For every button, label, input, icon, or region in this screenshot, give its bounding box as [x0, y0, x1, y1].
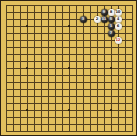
board-cell[interactable] — [94, 86, 101, 93]
board-cell[interactable] — [52, 114, 59, 121]
board-cell[interactable] — [52, 100, 59, 107]
board-cell[interactable] — [73, 93, 80, 100]
board-cell[interactable] — [45, 107, 52, 114]
board-cell[interactable] — [10, 16, 17, 23]
board-cell[interactable] — [31, 100, 38, 107]
board-cell[interactable] — [3, 65, 10, 72]
board-cell[interactable] — [17, 72, 24, 79]
board-cell[interactable] — [31, 23, 38, 30]
board-cell[interactable] — [17, 37, 24, 44]
board-cell[interactable] — [59, 16, 66, 23]
board-cell[interactable] — [129, 44, 136, 51]
board-cell[interactable] — [87, 37, 94, 44]
board-cell[interactable] — [115, 2, 122, 9]
board-cell[interactable] — [38, 58, 45, 65]
board-cell[interactable] — [73, 9, 80, 16]
board-cell[interactable] — [129, 16, 136, 23]
board-cell[interactable] — [31, 128, 38, 135]
board-cell[interactable] — [52, 23, 59, 30]
board-cell[interactable] — [52, 128, 59, 135]
board-cell[interactable] — [87, 30, 94, 37]
board-cell[interactable] — [122, 51, 129, 58]
board-cell[interactable] — [66, 121, 73, 128]
board-cell[interactable] — [94, 100, 101, 107]
board-cell[interactable] — [73, 51, 80, 58]
board-cell[interactable] — [45, 9, 52, 16]
board-cell[interactable] — [59, 44, 66, 51]
board-cell[interactable] — [31, 9, 38, 16]
board-cell[interactable] — [17, 2, 24, 9]
board-cell[interactable] — [17, 58, 24, 65]
board-cell[interactable] — [87, 79, 94, 86]
board-cell[interactable] — [45, 2, 52, 9]
board-cell[interactable] — [17, 51, 24, 58]
board-cell[interactable] — [101, 86, 108, 93]
board-cell[interactable] — [108, 37, 115, 44]
board-cell[interactable] — [66, 114, 73, 121]
board-cell[interactable] — [73, 65, 80, 72]
board-cell[interactable] — [24, 51, 31, 58]
board-cell[interactable] — [108, 58, 115, 65]
board-cell[interactable] — [66, 9, 73, 16]
board-cell[interactable] — [129, 9, 136, 16]
board-cell[interactable] — [24, 72, 31, 79]
board-cell[interactable] — [24, 37, 31, 44]
board-cell[interactable] — [115, 128, 122, 135]
board-cell[interactable] — [87, 58, 94, 65]
board-cell[interactable] — [52, 9, 59, 16]
board-cell[interactable] — [52, 37, 59, 44]
board-cell[interactable] — [94, 65, 101, 72]
board-cell[interactable] — [80, 107, 87, 114]
board-cell[interactable] — [38, 16, 45, 23]
board-cell[interactable] — [80, 2, 87, 9]
board-cell[interactable] — [101, 72, 108, 79]
board-cell[interactable] — [122, 86, 129, 93]
board-cell[interactable] — [73, 114, 80, 121]
board-cell[interactable] — [101, 100, 108, 107]
board-cell[interactable] — [31, 93, 38, 100]
board-cell[interactable] — [45, 58, 52, 65]
board-cell[interactable] — [3, 121, 10, 128]
board-cell[interactable] — [94, 79, 101, 86]
board-cell[interactable] — [94, 9, 101, 16]
board-cell[interactable] — [129, 72, 136, 79]
board-cell[interactable] — [108, 93, 115, 100]
board-cell[interactable] — [45, 30, 52, 37]
board-cell[interactable] — [115, 30, 122, 37]
board-cell[interactable] — [87, 23, 94, 30]
board-cell[interactable] — [45, 93, 52, 100]
board-cell[interactable] — [17, 107, 24, 114]
board-cell[interactable] — [73, 44, 80, 51]
board-cell[interactable] — [73, 100, 80, 107]
board-cell[interactable] — [108, 114, 115, 121]
board-cell[interactable] — [38, 107, 45, 114]
board-cell[interactable] — [73, 58, 80, 65]
board-cell[interactable] — [3, 9, 10, 16]
board-cell[interactable] — [45, 72, 52, 79]
board-cell[interactable] — [45, 51, 52, 58]
board-cell[interactable] — [52, 107, 59, 114]
board-cell[interactable] — [3, 58, 10, 65]
board-cell[interactable] — [3, 107, 10, 114]
board-cell[interactable] — [45, 128, 52, 135]
board-cell[interactable] — [24, 86, 31, 93]
board-cell[interactable] — [59, 114, 66, 121]
board-cell[interactable] — [17, 79, 24, 86]
board-cell[interactable] — [31, 72, 38, 79]
board-cell[interactable] — [17, 44, 24, 51]
board-cell[interactable] — [73, 128, 80, 135]
board-cell[interactable] — [31, 79, 38, 86]
board-cell[interactable] — [94, 128, 101, 135]
board-cell[interactable] — [108, 51, 115, 58]
board-cell[interactable] — [17, 65, 24, 72]
board-cell[interactable] — [80, 58, 87, 65]
board-cell[interactable] — [129, 107, 136, 114]
board-cell[interactable] — [129, 121, 136, 128]
board-cell[interactable] — [52, 51, 59, 58]
board-cell[interactable] — [87, 9, 94, 16]
board-cell[interactable] — [52, 72, 59, 79]
board-cell[interactable] — [129, 100, 136, 107]
board-cell[interactable] — [59, 93, 66, 100]
board-cell[interactable] — [59, 79, 66, 86]
board-cell[interactable] — [87, 51, 94, 58]
board-cell[interactable] — [87, 114, 94, 121]
board-cell[interactable] — [122, 79, 129, 86]
board-cell[interactable] — [80, 114, 87, 121]
board-cell[interactable] — [122, 128, 129, 135]
board-cell[interactable] — [31, 114, 38, 121]
board-cell[interactable] — [38, 9, 45, 16]
board-cell[interactable] — [122, 121, 129, 128]
board-cell[interactable] — [66, 86, 73, 93]
board-cell[interactable] — [10, 44, 17, 51]
board-cell[interactable] — [122, 2, 129, 9]
board-cell[interactable] — [10, 2, 17, 9]
board-cell[interactable] — [31, 65, 38, 72]
board-cell[interactable] — [31, 16, 38, 23]
board-cell[interactable] — [101, 107, 108, 114]
board-cell[interactable] — [38, 44, 45, 51]
board-cell[interactable] — [24, 16, 31, 23]
board-cell[interactable] — [94, 44, 101, 51]
board-cell[interactable] — [101, 58, 108, 65]
board-cell[interactable] — [3, 86, 10, 93]
board-cell[interactable] — [66, 37, 73, 44]
board-cell[interactable] — [3, 23, 10, 30]
board-cell[interactable] — [108, 79, 115, 86]
board-cell[interactable] — [31, 86, 38, 93]
board-cell[interactable] — [122, 93, 129, 100]
board-cell[interactable] — [80, 79, 87, 86]
board-cell[interactable] — [101, 128, 108, 135]
board-cell[interactable] — [122, 65, 129, 72]
board-cell[interactable] — [3, 16, 10, 23]
board-cell[interactable] — [66, 16, 73, 23]
board-cell[interactable] — [87, 16, 94, 23]
board-cell[interactable] — [17, 100, 24, 107]
board-cell[interactable] — [101, 51, 108, 58]
board-cell[interactable] — [115, 44, 122, 51]
board-cell[interactable] — [129, 23, 136, 30]
board-cell[interactable] — [59, 23, 66, 30]
board-cell[interactable] — [101, 44, 108, 51]
board-cell[interactable] — [38, 23, 45, 30]
board-cell[interactable] — [31, 2, 38, 9]
board-cell[interactable] — [10, 9, 17, 16]
board-cell[interactable] — [38, 72, 45, 79]
board-cell[interactable] — [10, 30, 17, 37]
board-cell[interactable] — [24, 121, 31, 128]
board-cell[interactable] — [108, 44, 115, 51]
board-cell[interactable] — [122, 72, 129, 79]
board-cell[interactable] — [45, 121, 52, 128]
board-cell[interactable] — [10, 23, 17, 30]
board-cell[interactable] — [73, 2, 80, 9]
board-cell[interactable] — [129, 114, 136, 121]
board-cell[interactable] — [59, 128, 66, 135]
board-cell[interactable] — [10, 128, 17, 135]
board-cell[interactable] — [122, 107, 129, 114]
board-cell[interactable] — [87, 44, 94, 51]
board-cell[interactable] — [59, 2, 66, 9]
board-cell[interactable] — [122, 9, 129, 16]
board-cell[interactable] — [45, 16, 52, 23]
board-cell[interactable] — [59, 86, 66, 93]
board-cell[interactable] — [59, 72, 66, 79]
board-cell[interactable] — [38, 100, 45, 107]
board-cell[interactable] — [66, 72, 73, 79]
board-cell[interactable] — [94, 93, 101, 100]
board-cell[interactable] — [59, 9, 66, 16]
board-cell[interactable] — [31, 30, 38, 37]
board-cell[interactable] — [10, 107, 17, 114]
board-cell[interactable] — [31, 37, 38, 44]
board-cell[interactable] — [38, 121, 45, 128]
board-cell[interactable] — [24, 100, 31, 107]
board-cell[interactable] — [122, 44, 129, 51]
board-cell[interactable] — [45, 37, 52, 44]
board-cell[interactable] — [10, 121, 17, 128]
board-cell[interactable] — [59, 65, 66, 72]
board-cell[interactable] — [45, 23, 52, 30]
board-cell[interactable] — [115, 100, 122, 107]
board-cell[interactable] — [87, 93, 94, 100]
board-cell[interactable] — [87, 100, 94, 107]
board-cell[interactable] — [17, 30, 24, 37]
board-cell[interactable] — [115, 93, 122, 100]
board-cell[interactable] — [38, 30, 45, 37]
board-cell[interactable] — [129, 37, 136, 44]
board-cell[interactable] — [3, 100, 10, 107]
board-cell[interactable] — [10, 100, 17, 107]
board-cell[interactable] — [73, 37, 80, 44]
board-cell[interactable] — [24, 44, 31, 51]
board-cell[interactable] — [17, 9, 24, 16]
board-cell[interactable] — [66, 30, 73, 37]
board-cell[interactable] — [80, 128, 87, 135]
board-cell[interactable] — [52, 2, 59, 9]
board-cell[interactable] — [108, 86, 115, 93]
board-cell[interactable] — [80, 23, 87, 30]
board-cell[interactable] — [17, 23, 24, 30]
board-cell[interactable] — [101, 37, 108, 44]
board-cell[interactable] — [24, 2, 31, 9]
board-cell[interactable] — [17, 16, 24, 23]
board-cell[interactable] — [101, 79, 108, 86]
board-cell[interactable] — [73, 86, 80, 93]
board-cell[interactable] — [101, 121, 108, 128]
board-cell[interactable] — [87, 72, 94, 79]
board-cell[interactable] — [94, 37, 101, 44]
board-cell[interactable] — [101, 23, 108, 30]
board-cell[interactable] — [3, 44, 10, 51]
board-cell[interactable] — [52, 65, 59, 72]
board-cell[interactable] — [87, 121, 94, 128]
board-cell[interactable] — [94, 2, 101, 9]
board-cell[interactable] — [122, 114, 129, 121]
board-cell[interactable] — [122, 100, 129, 107]
board-cell[interactable] — [94, 23, 101, 30]
board-cell[interactable] — [129, 65, 136, 72]
board-cell[interactable] — [59, 37, 66, 44]
board-cell[interactable] — [45, 44, 52, 51]
board-cell[interactable] — [3, 114, 10, 121]
board-cell[interactable] — [31, 121, 38, 128]
board-cell[interactable] — [10, 72, 17, 79]
board-cell[interactable] — [129, 30, 136, 37]
board-cell[interactable] — [24, 58, 31, 65]
board-cell[interactable] — [80, 30, 87, 37]
board-cell[interactable] — [94, 58, 101, 65]
board-cell[interactable] — [59, 107, 66, 114]
board-cell[interactable] — [122, 37, 129, 44]
board-cell[interactable] — [101, 65, 108, 72]
board-cell[interactable] — [3, 72, 10, 79]
board-cell[interactable] — [38, 65, 45, 72]
board-cell[interactable] — [129, 128, 136, 135]
board-cell[interactable] — [24, 128, 31, 135]
board-cell[interactable] — [3, 79, 10, 86]
board-cell[interactable] — [122, 16, 129, 23]
board-cell[interactable] — [45, 114, 52, 121]
board-cell[interactable] — [3, 51, 10, 58]
board-cell[interactable] — [122, 58, 129, 65]
board-cell[interactable] — [3, 128, 10, 135]
board-cell[interactable] — [73, 79, 80, 86]
board-cell[interactable] — [10, 86, 17, 93]
board-cell[interactable] — [52, 79, 59, 86]
board-cell[interactable] — [87, 2, 94, 9]
board-cell[interactable] — [108, 2, 115, 9]
board-cell[interactable] — [94, 107, 101, 114]
board-cell[interactable] — [129, 2, 136, 9]
board-cell[interactable] — [45, 79, 52, 86]
board-cell[interactable] — [59, 58, 66, 65]
board-cell[interactable] — [66, 128, 73, 135]
board-cell[interactable] — [87, 128, 94, 135]
board-cell[interactable] — [80, 86, 87, 93]
board-cell[interactable] — [31, 44, 38, 51]
board-cell[interactable] — [129, 58, 136, 65]
board-cell[interactable] — [24, 93, 31, 100]
board-cell[interactable] — [10, 51, 17, 58]
board-cell[interactable] — [66, 2, 73, 9]
board-cell[interactable] — [10, 37, 17, 44]
board-cell[interactable] — [87, 107, 94, 114]
board-cell[interactable] — [73, 72, 80, 79]
board-cell[interactable] — [73, 30, 80, 37]
board-cell[interactable] — [101, 30, 108, 37]
board-cell[interactable] — [52, 93, 59, 100]
board-cell[interactable] — [52, 16, 59, 23]
board-cell[interactable] — [66, 51, 73, 58]
board-cell[interactable] — [38, 37, 45, 44]
board-cell[interactable] — [115, 114, 122, 121]
board-cell[interactable] — [52, 30, 59, 37]
board-cell[interactable] — [108, 121, 115, 128]
board-cell[interactable] — [129, 51, 136, 58]
board-cell[interactable] — [17, 93, 24, 100]
board-cell[interactable] — [17, 121, 24, 128]
board-cell[interactable] — [73, 107, 80, 114]
board-cell[interactable] — [101, 114, 108, 121]
board-cell[interactable] — [115, 107, 122, 114]
board-cell[interactable] — [115, 58, 122, 65]
board-cell[interactable] — [10, 93, 17, 100]
board-cell[interactable] — [66, 58, 73, 65]
board-cell[interactable] — [122, 30, 129, 37]
board-cell[interactable] — [73, 16, 80, 23]
board-cell[interactable] — [24, 9, 31, 16]
board-cell[interactable] — [129, 79, 136, 86]
board-cell[interactable] — [3, 30, 10, 37]
board-cell[interactable] — [108, 128, 115, 135]
board-cell[interactable] — [66, 44, 73, 51]
board-cell[interactable] — [38, 2, 45, 9]
board-cell[interactable] — [17, 114, 24, 121]
board-cell[interactable] — [80, 72, 87, 79]
board-cell[interactable] — [115, 79, 122, 86]
board-cell[interactable] — [80, 44, 87, 51]
board-cell[interactable] — [52, 44, 59, 51]
board-cell[interactable] — [10, 114, 17, 121]
board-cell[interactable] — [59, 51, 66, 58]
board-cell[interactable] — [129, 93, 136, 100]
board-cell[interactable] — [94, 72, 101, 79]
board-cell[interactable] — [94, 121, 101, 128]
board-cell[interactable] — [10, 58, 17, 65]
board-cell[interactable] — [108, 72, 115, 79]
board-cell[interactable] — [38, 93, 45, 100]
board-cell[interactable] — [45, 100, 52, 107]
board-cell[interactable] — [80, 93, 87, 100]
board-cell[interactable] — [80, 121, 87, 128]
board-cell[interactable] — [45, 65, 52, 72]
board-cell[interactable] — [115, 72, 122, 79]
board-cell[interactable] — [3, 37, 10, 44]
board-cell[interactable] — [59, 30, 66, 37]
board-cell[interactable] — [3, 2, 10, 9]
board-cell[interactable] — [66, 79, 73, 86]
board-cell[interactable] — [94, 114, 101, 121]
board-cell[interactable] — [38, 114, 45, 121]
board-cell[interactable] — [52, 86, 59, 93]
board-cell[interactable] — [38, 86, 45, 93]
